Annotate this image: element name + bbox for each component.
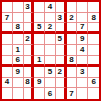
cell-r3c5[interactable]: 2 xyxy=(45,23,56,34)
cell-r7c6[interactable]: 2 xyxy=(56,67,67,78)
cell-r6c8[interactable] xyxy=(77,56,88,67)
cell-r4c7[interactable] xyxy=(67,34,78,45)
cell-r6c6[interactable] xyxy=(56,56,67,67)
cell-r9c4[interactable] xyxy=(34,88,45,99)
cell-r4c6[interactable]: 5 xyxy=(56,34,67,45)
cell-r1c6[interactable] xyxy=(56,2,67,13)
cell-r4c5[interactable] xyxy=(45,34,56,45)
cell-r3c9[interactable] xyxy=(88,23,99,34)
cell-r9c5[interactable]: 6 xyxy=(45,88,56,99)
cell-r1c3[interactable]: 3 xyxy=(24,2,35,13)
cell-r1c1[interactable] xyxy=(2,2,13,13)
cell-r8c4[interactable]: 9 xyxy=(34,78,45,89)
cell-r9c8[interactable] xyxy=(77,88,88,99)
cell-r2c9[interactable]: 8 xyxy=(88,13,99,24)
cell-r7c8[interactable]: 3 xyxy=(77,67,88,78)
cell-r8c1[interactable]: 4 xyxy=(2,78,13,89)
cell-r4c3[interactable]: 2 xyxy=(24,34,35,45)
cell-r2c3[interactable] xyxy=(24,13,35,24)
cell-r7c7[interactable] xyxy=(67,67,78,78)
cell-r8c3[interactable]: 8 xyxy=(24,78,35,89)
cell-r6c5[interactable] xyxy=(45,56,56,67)
cell-r2c1[interactable]: 7 xyxy=(2,13,13,24)
cell-r6c2[interactable]: 6 xyxy=(13,56,24,67)
cell-r2c6[interactable]: 3 xyxy=(56,13,67,24)
cell-r8c8[interactable] xyxy=(77,78,88,89)
cell-r3c4[interactable]: 5 xyxy=(34,23,45,34)
cell-r7c1[interactable] xyxy=(2,67,13,78)
cell-r9c6[interactable] xyxy=(56,88,67,99)
cell-r5c3[interactable] xyxy=(24,45,35,56)
cell-r7c9[interactable] xyxy=(88,67,99,78)
cell-r2c7[interactable]: 2 xyxy=(67,13,78,24)
cell-r8c9[interactable]: 6 xyxy=(88,78,99,89)
cell-r6c7[interactable]: 8 xyxy=(67,56,78,67)
cell-r7c2[interactable]: 9 xyxy=(13,67,24,78)
cell-r1c2[interactable] xyxy=(13,2,24,13)
sudoku-board: 3473288527259146189523489667 xyxy=(0,0,101,101)
cell-r8c2[interactable] xyxy=(13,78,24,89)
cell-r1c5[interactable]: 4 xyxy=(45,2,56,13)
cell-r3c3[interactable] xyxy=(24,23,35,34)
cell-r5c9[interactable] xyxy=(88,45,99,56)
cell-r6c4[interactable]: 1 xyxy=(34,56,45,67)
cell-r7c3[interactable] xyxy=(24,67,35,78)
cell-r8c7[interactable] xyxy=(67,78,78,89)
cell-r7c5[interactable]: 5 xyxy=(45,67,56,78)
cell-r9c9[interactable] xyxy=(88,88,99,99)
cell-r5c1[interactable] xyxy=(2,45,13,56)
cell-r3c1[interactable] xyxy=(2,23,13,34)
cell-r4c9[interactable] xyxy=(88,34,99,45)
cell-r9c2[interactable] xyxy=(13,88,24,99)
cell-r1c9[interactable] xyxy=(88,2,99,13)
cell-r5c8[interactable]: 4 xyxy=(77,45,88,56)
cell-r8c6[interactable] xyxy=(56,78,67,89)
cell-r9c3[interactable] xyxy=(24,88,35,99)
cell-r4c1[interactable] xyxy=(2,34,13,45)
cell-r5c5[interactable] xyxy=(45,45,56,56)
cell-r6c3[interactable] xyxy=(24,56,35,67)
cell-r7c4[interactable] xyxy=(34,67,45,78)
cell-r6c1[interactable] xyxy=(2,56,13,67)
cell-r6c9[interactable] xyxy=(88,56,99,67)
cell-r3c8[interactable]: 7 xyxy=(77,23,88,34)
cell-r3c7[interactable] xyxy=(67,23,78,34)
cell-r4c8[interactable]: 9 xyxy=(77,34,88,45)
cell-r1c4[interactable] xyxy=(34,2,45,13)
cell-r8c5[interactable] xyxy=(45,78,56,89)
cell-r1c7[interactable] xyxy=(67,2,78,13)
cell-r3c6[interactable] xyxy=(56,23,67,34)
cell-r3c2[interactable]: 8 xyxy=(13,23,24,34)
cell-r1c8[interactable] xyxy=(77,2,88,13)
cell-r4c2[interactable] xyxy=(13,34,24,45)
cell-r4c4[interactable] xyxy=(34,34,45,45)
cell-r9c1[interactable] xyxy=(2,88,13,99)
cell-r5c6[interactable] xyxy=(56,45,67,56)
cell-r9c7[interactable]: 7 xyxy=(67,88,78,99)
